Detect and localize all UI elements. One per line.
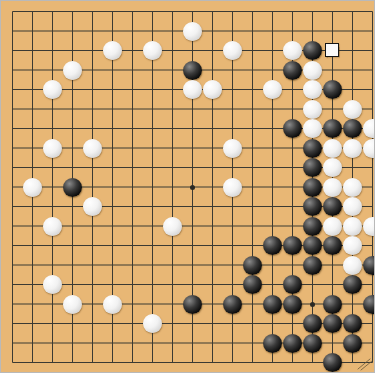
board-intersection[interactable]	[23, 333, 43, 353]
board-intersection[interactable]	[83, 119, 103, 139]
board-intersection[interactable]	[283, 2, 303, 22]
board-intersection[interactable]	[363, 177, 375, 197]
board-intersection[interactable]	[183, 138, 203, 158]
board-intersection[interactable]	[303, 80, 323, 100]
board-intersection[interactable]	[263, 119, 283, 139]
board-intersection[interactable]	[283, 119, 303, 139]
board-intersection[interactable]	[263, 236, 283, 256]
board-intersection[interactable]	[43, 99, 63, 119]
board-intersection[interactable]	[83, 158, 103, 178]
board-intersection[interactable]	[243, 294, 263, 314]
board-intersection[interactable]	[203, 255, 223, 275]
board-intersection[interactable]	[103, 197, 123, 217]
board-intersection[interactable]	[343, 41, 363, 61]
board-intersection[interactable]	[363, 21, 375, 41]
board-intersection[interactable]	[43, 21, 63, 41]
board-intersection[interactable]	[63, 294, 83, 314]
board-intersection[interactable]	[343, 236, 363, 256]
board-intersection[interactable]	[263, 177, 283, 197]
board-intersection[interactable]	[23, 158, 43, 178]
board-intersection[interactable]	[203, 21, 223, 41]
board-intersection[interactable]	[223, 2, 243, 22]
board-intersection[interactable]	[243, 275, 263, 295]
board-intersection[interactable]	[203, 41, 223, 61]
board-intersection[interactable]	[103, 99, 123, 119]
board-intersection[interactable]	[3, 60, 23, 80]
board-intersection[interactable]	[143, 236, 163, 256]
board-intersection[interactable]	[143, 197, 163, 217]
board-intersection[interactable]	[183, 197, 203, 217]
board-intersection[interactable]	[3, 255, 23, 275]
board-intersection[interactable]	[303, 216, 323, 236]
board-intersection[interactable]	[263, 138, 283, 158]
board-intersection[interactable]	[243, 2, 263, 22]
board-intersection[interactable]	[143, 138, 163, 158]
board-intersection[interactable]	[163, 41, 183, 61]
board-intersection[interactable]	[363, 236, 375, 256]
board-intersection[interactable]	[183, 99, 203, 119]
board-intersection[interactable]	[343, 21, 363, 41]
board-intersection[interactable]	[303, 119, 323, 139]
board-intersection[interactable]	[223, 41, 243, 61]
board-intersection[interactable]	[203, 333, 223, 353]
board-intersection[interactable]	[143, 177, 163, 197]
board-intersection[interactable]	[263, 216, 283, 236]
board-intersection[interactable]	[83, 236, 103, 256]
board-intersection[interactable]	[303, 2, 323, 22]
board-intersection[interactable]	[123, 353, 143, 373]
board-intersection[interactable]	[3, 353, 23, 373]
board-intersection[interactable]	[23, 21, 43, 41]
board-intersection[interactable]	[283, 41, 303, 61]
board-intersection[interactable]	[263, 275, 283, 295]
board-intersection[interactable]	[83, 2, 103, 22]
board-intersection[interactable]	[63, 353, 83, 373]
board-intersection[interactable]	[143, 216, 163, 236]
board-intersection[interactable]	[123, 197, 143, 217]
board-intersection[interactable]	[143, 314, 163, 334]
board-intersection[interactable]	[63, 216, 83, 236]
board-intersection[interactable]	[343, 333, 363, 353]
board-intersection[interactable]	[343, 158, 363, 178]
board-intersection[interactable]	[303, 353, 323, 373]
board-intersection[interactable]	[283, 197, 303, 217]
board-intersection[interactable]	[343, 255, 363, 275]
board-intersection[interactable]	[183, 41, 203, 61]
board-intersection[interactable]	[183, 294, 203, 314]
board-intersection[interactable]	[203, 119, 223, 139]
board-intersection[interactable]	[243, 41, 263, 61]
board-intersection[interactable]	[23, 294, 43, 314]
board-intersection[interactable]	[23, 275, 43, 295]
board-intersection[interactable]	[63, 314, 83, 334]
board-intersection[interactable]	[303, 99, 323, 119]
board-intersection[interactable]	[143, 255, 163, 275]
board-intersection[interactable]	[243, 255, 263, 275]
board-intersection[interactable]	[3, 236, 23, 256]
board-intersection[interactable]	[23, 255, 43, 275]
board-intersection[interactable]	[143, 21, 163, 41]
board-intersection[interactable]	[63, 80, 83, 100]
board-intersection[interactable]	[283, 236, 303, 256]
board-intersection[interactable]	[343, 216, 363, 236]
board-intersection[interactable]	[183, 216, 203, 236]
board-intersection[interactable]	[283, 294, 303, 314]
board-intersection[interactable]	[143, 275, 163, 295]
board-intersection[interactable]	[203, 314, 223, 334]
board-intersection[interactable]	[263, 41, 283, 61]
board-intersection[interactable]	[23, 216, 43, 236]
board-intersection[interactable]	[363, 255, 375, 275]
board-intersection[interactable]	[3, 177, 23, 197]
board-intersection[interactable]	[23, 2, 43, 22]
board-intersection[interactable]	[323, 21, 343, 41]
board-intersection[interactable]	[163, 216, 183, 236]
board-intersection[interactable]	[203, 138, 223, 158]
board-intersection[interactable]	[243, 99, 263, 119]
board-intersection[interactable]	[303, 197, 323, 217]
board-intersection[interactable]	[203, 2, 223, 22]
board-intersection[interactable]	[223, 158, 243, 178]
board-intersection[interactable]	[303, 236, 323, 256]
board-intersection[interactable]	[303, 41, 323, 61]
board-intersection[interactable]	[283, 177, 303, 197]
board-intersection[interactable]	[323, 333, 343, 353]
board-intersection[interactable]	[183, 314, 203, 334]
board-intersection[interactable]	[103, 216, 123, 236]
board-intersection[interactable]	[323, 158, 343, 178]
board-intersection[interactable]	[63, 119, 83, 139]
board-intersection[interactable]	[103, 80, 123, 100]
board-intersection[interactable]	[263, 255, 283, 275]
board-intersection[interactable]	[143, 353, 163, 373]
board-intersection[interactable]	[103, 255, 123, 275]
board-intersection[interactable]	[323, 60, 343, 80]
board-intersection[interactable]	[243, 119, 263, 139]
board-intersection[interactable]	[203, 294, 223, 314]
board-intersection[interactable]	[43, 177, 63, 197]
board-intersection[interactable]	[163, 158, 183, 178]
board-intersection[interactable]	[23, 138, 43, 158]
board-intersection[interactable]	[3, 275, 23, 295]
board-intersection[interactable]	[303, 314, 323, 334]
board-intersection[interactable]	[123, 41, 143, 61]
board-intersection[interactable]	[63, 177, 83, 197]
board-intersection[interactable]	[283, 216, 303, 236]
board-intersection[interactable]	[63, 275, 83, 295]
board-intersection[interactable]	[183, 60, 203, 80]
board-intersection[interactable]	[103, 21, 123, 41]
board-intersection[interactable]	[43, 158, 63, 178]
board-intersection[interactable]	[243, 353, 263, 373]
board-intersection[interactable]	[123, 21, 143, 41]
board-intersection[interactable]	[223, 60, 243, 80]
board-intersection[interactable]	[343, 119, 363, 139]
board-intersection[interactable]	[163, 177, 183, 197]
board-intersection[interactable]	[323, 294, 343, 314]
board-intersection[interactable]	[183, 80, 203, 100]
board-intersection[interactable]	[323, 119, 343, 139]
board-intersection[interactable]	[303, 138, 323, 158]
board-intersection[interactable]	[123, 119, 143, 139]
board-intersection[interactable]	[183, 158, 203, 178]
board-intersection[interactable]	[3, 21, 23, 41]
board-intersection[interactable]	[343, 197, 363, 217]
board-intersection[interactable]	[83, 99, 103, 119]
board-intersection[interactable]	[183, 21, 203, 41]
board-intersection[interactable]	[183, 255, 203, 275]
board-intersection[interactable]	[23, 353, 43, 373]
board-intersection[interactable]	[63, 158, 83, 178]
board-intersection[interactable]	[3, 158, 23, 178]
board-intersection[interactable]	[123, 60, 143, 80]
board-intersection[interactable]	[123, 80, 143, 100]
board-intersection[interactable]	[343, 314, 363, 334]
board-intersection[interactable]	[23, 80, 43, 100]
board-intersection[interactable]	[143, 60, 163, 80]
board-intersection[interactable]	[303, 294, 323, 314]
board-intersection[interactable]	[3, 314, 23, 334]
board-intersection[interactable]	[263, 197, 283, 217]
board-intersection[interactable]	[363, 138, 375, 158]
board-intersection[interactable]	[103, 333, 123, 353]
board-intersection[interactable]	[203, 99, 223, 119]
board-intersection[interactable]	[323, 2, 343, 22]
board-intersection[interactable]	[23, 197, 43, 217]
board-intersection[interactable]	[3, 99, 23, 119]
board-intersection[interactable]	[63, 60, 83, 80]
board-intersection[interactable]	[323, 255, 343, 275]
board-intersection[interactable]	[123, 216, 143, 236]
board-intersection[interactable]	[163, 21, 183, 41]
board-intersection[interactable]	[363, 158, 375, 178]
board-intersection[interactable]	[263, 158, 283, 178]
board-intersection[interactable]	[143, 2, 163, 22]
board-intersection[interactable]	[43, 353, 63, 373]
board-intersection[interactable]	[163, 255, 183, 275]
board-intersection[interactable]	[23, 314, 43, 334]
board-intersection[interactable]	[343, 275, 363, 295]
board-intersection[interactable]	[3, 138, 23, 158]
board-intersection[interactable]	[163, 119, 183, 139]
board-intersection[interactable]	[43, 294, 63, 314]
board-intersection[interactable]	[303, 255, 323, 275]
board-intersection[interactable]	[43, 138, 63, 158]
board-intersection[interactable]	[223, 333, 243, 353]
board-intersection[interactable]	[203, 197, 223, 217]
board-intersection[interactable]	[183, 2, 203, 22]
board-intersection[interactable]	[303, 158, 323, 178]
board-intersection[interactable]	[223, 255, 243, 275]
board-intersection[interactable]	[363, 119, 375, 139]
board-intersection[interactable]	[43, 216, 63, 236]
board-intersection[interactable]	[343, 177, 363, 197]
board-intersection[interactable]	[63, 236, 83, 256]
board-intersection[interactable]	[123, 275, 143, 295]
board-intersection[interactable]	[363, 99, 375, 119]
board-intersection[interactable]	[183, 353, 203, 373]
board-intersection[interactable]	[243, 60, 263, 80]
board-intersection[interactable]	[283, 99, 303, 119]
board-intersection[interactable]	[343, 294, 363, 314]
board-intersection[interactable]	[83, 138, 103, 158]
board-intersection[interactable]	[43, 2, 63, 22]
board-intersection[interactable]	[323, 80, 343, 100]
board-intersection[interactable]	[103, 138, 123, 158]
board-intersection[interactable]	[283, 275, 303, 295]
board-intersection[interactable]	[83, 275, 103, 295]
board-intersection[interactable]	[123, 177, 143, 197]
board-intersection[interactable]	[103, 353, 123, 373]
board-intersection[interactable]	[323, 99, 343, 119]
board-intersection[interactable]	[63, 41, 83, 61]
board-intersection[interactable]	[63, 333, 83, 353]
board-intersection[interactable]	[203, 80, 223, 100]
board-intersection[interactable]	[223, 294, 243, 314]
board-intersection[interactable]	[103, 158, 123, 178]
board-intersection[interactable]	[283, 60, 303, 80]
board-intersection[interactable]	[23, 236, 43, 256]
board-intersection[interactable]	[43, 197, 63, 217]
board-intersection[interactable]	[163, 353, 183, 373]
board-intersection[interactable]	[123, 138, 143, 158]
board-intersection[interactable]	[103, 275, 123, 295]
board-intersection[interactable]	[3, 41, 23, 61]
board-intersection[interactable]	[363, 294, 375, 314]
board-intersection[interactable]	[163, 99, 183, 119]
board-intersection[interactable]	[143, 99, 163, 119]
board-intersection[interactable]	[363, 333, 375, 353]
board-intersection[interactable]	[363, 197, 375, 217]
board-intersection[interactable]	[83, 41, 103, 61]
board-intersection[interactable]	[163, 138, 183, 158]
board-intersection[interactable]	[63, 2, 83, 22]
board-intersection[interactable]	[163, 2, 183, 22]
board-intersection[interactable]	[323, 236, 343, 256]
board-intersection[interactable]	[243, 333, 263, 353]
board-intersection[interactable]	[3, 80, 23, 100]
board-intersection[interactable]	[263, 333, 283, 353]
board-intersection[interactable]	[83, 353, 103, 373]
board-intersection[interactable]	[163, 197, 183, 217]
board-intersection[interactable]	[83, 60, 103, 80]
board-intersection[interactable]	[303, 333, 323, 353]
board-intersection[interactable]	[143, 333, 163, 353]
board-intersection[interactable]	[283, 158, 303, 178]
board-intersection[interactable]	[303, 275, 323, 295]
board-intersection[interactable]	[343, 99, 363, 119]
board-intersection[interactable]	[163, 80, 183, 100]
board-intersection[interactable]	[203, 60, 223, 80]
board-intersection[interactable]	[43, 275, 63, 295]
board-intersection[interactable]	[223, 197, 243, 217]
board-intersection[interactable]	[23, 99, 43, 119]
board-intersection[interactable]	[103, 2, 123, 22]
board-intersection[interactable]	[103, 294, 123, 314]
board-intersection[interactable]	[203, 216, 223, 236]
board-intersection[interactable]	[123, 333, 143, 353]
board-intersection[interactable]	[103, 177, 123, 197]
board-intersection[interactable]	[83, 333, 103, 353]
board-intersection[interactable]	[303, 21, 323, 41]
board-intersection[interactable]	[163, 333, 183, 353]
board-intersection[interactable]	[323, 314, 343, 334]
board-intersection[interactable]	[243, 21, 263, 41]
board-intersection[interactable]	[3, 216, 23, 236]
board-intersection[interactable]	[263, 353, 283, 373]
board-intersection[interactable]	[83, 314, 103, 334]
board-intersection[interactable]	[363, 314, 375, 334]
board-intersection[interactable]	[323, 197, 343, 217]
board-intersection[interactable]	[243, 138, 263, 158]
board-intersection[interactable]	[323, 138, 343, 158]
board-intersection[interactable]	[223, 314, 243, 334]
board-intersection[interactable]	[3, 333, 23, 353]
board-intersection[interactable]	[163, 314, 183, 334]
board-intersection[interactable]	[143, 80, 163, 100]
board-intersection[interactable]	[223, 275, 243, 295]
board-intersection[interactable]	[23, 177, 43, 197]
board-intersection[interactable]	[143, 119, 163, 139]
board-intersection[interactable]	[163, 60, 183, 80]
board-intersection[interactable]	[203, 158, 223, 178]
board-intersection[interactable]	[263, 314, 283, 334]
board-intersection[interactable]	[83, 255, 103, 275]
board-intersection[interactable]	[363, 60, 375, 80]
board-intersection[interactable]	[243, 158, 263, 178]
board-intersection[interactable]	[223, 119, 243, 139]
board-intersection[interactable]	[323, 275, 343, 295]
board-intersection[interactable]	[203, 275, 223, 295]
board-intersection[interactable]	[263, 60, 283, 80]
board-intersection[interactable]	[223, 21, 243, 41]
board-intersection[interactable]	[163, 275, 183, 295]
board-intersection[interactable]	[43, 80, 63, 100]
board-intersection[interactable]	[143, 158, 163, 178]
board-intersection[interactable]	[323, 216, 343, 236]
board-intersection[interactable]	[23, 41, 43, 61]
board-intersection[interactable]	[363, 275, 375, 295]
board-intersection[interactable]	[123, 255, 143, 275]
board-intersection[interactable]	[263, 21, 283, 41]
board-intersection[interactable]	[263, 99, 283, 119]
board-intersection[interactable]	[243, 216, 263, 236]
board-intersection[interactable]	[23, 60, 43, 80]
board-intersection[interactable]	[123, 236, 143, 256]
board-intersection[interactable]	[283, 353, 303, 373]
board-intersection[interactable]	[303, 60, 323, 80]
board-intersection[interactable]	[83, 216, 103, 236]
board-intersection[interactable]	[63, 255, 83, 275]
board-intersection[interactable]	[263, 80, 283, 100]
board-intersection[interactable]	[363, 2, 375, 22]
board-intersection[interactable]	[183, 275, 203, 295]
board-intersection[interactable]	[343, 138, 363, 158]
board-intersection[interactable]	[123, 314, 143, 334]
board-intersection[interactable]	[43, 119, 63, 139]
board-intersection[interactable]	[283, 314, 303, 334]
board-intersection[interactable]	[343, 2, 363, 22]
board-intersection[interactable]	[63, 21, 83, 41]
board-intersection[interactable]	[363, 41, 375, 61]
board-intersection[interactable]	[3, 294, 23, 314]
board-intersection[interactable]	[143, 41, 163, 61]
board-intersection[interactable]	[103, 119, 123, 139]
board-intersection[interactable]	[3, 197, 23, 217]
board-intersection[interactable]	[103, 236, 123, 256]
board-intersection[interactable]	[283, 80, 303, 100]
board-intersection[interactable]	[363, 216, 375, 236]
